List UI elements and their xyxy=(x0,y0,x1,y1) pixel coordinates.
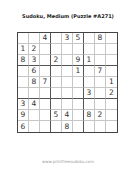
cell-r5c7-empty[interactable] xyxy=(84,77,95,88)
cell-r8c3-empty[interactable] xyxy=(40,110,51,121)
cell-r2c1-given-1: 1 xyxy=(18,44,29,55)
cell-r5c8-empty[interactable] xyxy=(95,77,106,88)
cell-r8c8-given-2: 2 xyxy=(95,110,106,121)
cell-r4c7-empty[interactable] xyxy=(84,66,95,77)
cell-r7c2-given-4: 4 xyxy=(29,99,40,110)
cell-r2c9-empty[interactable] xyxy=(106,44,117,55)
cell-r8c4-given-5: 5 xyxy=(51,110,62,121)
cell-r4c9-empty[interactable] xyxy=(106,66,117,77)
cell-r3c8-empty[interactable] xyxy=(95,55,106,66)
cell-r7c3-empty[interactable] xyxy=(40,99,51,110)
cell-r6c8-empty[interactable] xyxy=(95,88,106,99)
cell-r1c8-given-8: 8 xyxy=(95,33,106,44)
cell-r2c6-empty[interactable] xyxy=(73,44,84,55)
cell-r9c8-empty[interactable] xyxy=(95,121,106,132)
cell-r5c6-empty[interactable] xyxy=(73,77,84,88)
cell-r9c9-empty[interactable] xyxy=(106,121,117,132)
cell-r4c3-empty[interactable] xyxy=(40,66,51,77)
cell-r3c9-empty[interactable] xyxy=(106,55,117,66)
cell-r2c5-empty[interactable] xyxy=(62,44,73,55)
cell-r4c1-empty[interactable] xyxy=(18,66,29,77)
cell-r7c9-empty[interactable] xyxy=(106,99,117,110)
cell-r6c7-given-3: 3 xyxy=(84,88,95,99)
cell-r3c5-empty[interactable] xyxy=(62,55,73,66)
cell-r2c2-given-2: 2 xyxy=(29,44,40,55)
cell-r6c6-empty[interactable] xyxy=(73,88,84,99)
cell-r1c5-given-3: 3 xyxy=(62,33,73,44)
cell-r1c1-empty[interactable] xyxy=(18,33,29,44)
cell-r3c3-empty[interactable] xyxy=(40,55,51,66)
cell-r6c9-given-2: 2 xyxy=(106,88,117,99)
cell-r7c7-empty[interactable] xyxy=(84,99,95,110)
cell-r5c2-given-8: 8 xyxy=(29,77,40,88)
cell-r4c8-given-7: 7 xyxy=(95,66,106,77)
cell-r3c1-given-8: 8 xyxy=(18,55,29,66)
sudoku-board: 4358128329161787132349548268 xyxy=(17,32,118,133)
cell-r8c2-empty[interactable] xyxy=(29,110,40,121)
cell-r2c7-empty[interactable] xyxy=(84,44,95,55)
cell-r9c7-empty[interactable] xyxy=(84,121,95,132)
cell-r2c8-empty[interactable] xyxy=(95,44,106,55)
cell-r1c2-empty[interactable] xyxy=(29,33,40,44)
cell-r2c4-empty[interactable] xyxy=(51,44,62,55)
cell-r7c1-given-3: 3 xyxy=(18,99,29,110)
cell-r4c4-empty[interactable] xyxy=(51,66,62,77)
cell-r5c5-empty[interactable] xyxy=(62,77,73,88)
cell-r4c6-given-1: 1 xyxy=(73,66,84,77)
cell-r6c1-empty[interactable] xyxy=(18,88,29,99)
cell-r2c3-empty[interactable] xyxy=(40,44,51,55)
cell-r3c2-given-3: 3 xyxy=(29,55,40,66)
puzzle-title: Sudoku, Medium (Puzzle #A271) xyxy=(0,13,136,19)
cell-r7c6-empty[interactable] xyxy=(73,99,84,110)
cell-r8c9-empty[interactable] xyxy=(106,110,117,121)
cell-r6c2-empty[interactable] xyxy=(29,88,40,99)
cell-r8c6-empty[interactable] xyxy=(73,110,84,121)
cell-r1c9-empty[interactable] xyxy=(106,33,117,44)
cell-r7c5-empty[interactable] xyxy=(62,99,73,110)
cell-r4c2-given-6: 6 xyxy=(29,66,40,77)
cell-r9c4-empty[interactable] xyxy=(51,121,62,132)
cell-r9c5-given-8: 8 xyxy=(62,121,73,132)
cell-r5c3-given-7: 7 xyxy=(40,77,51,88)
cell-r3c4-given-2: 2 xyxy=(51,55,62,66)
cell-r5c1-empty[interactable] xyxy=(18,77,29,88)
cell-r5c4-empty[interactable] xyxy=(51,77,62,88)
cell-r8c5-given-4: 4 xyxy=(62,110,73,121)
cell-r7c4-empty[interactable] xyxy=(51,99,62,110)
cell-r1c3-given-4: 4 xyxy=(40,33,51,44)
cell-r4c5-empty[interactable] xyxy=(62,66,73,77)
cell-r9c2-empty[interactable] xyxy=(29,121,40,132)
cell-r1c6-given-5: 5 xyxy=(73,33,84,44)
cell-r8c7-given-8: 8 xyxy=(84,110,95,121)
cell-r6c4-empty[interactable] xyxy=(51,88,62,99)
cell-r3c6-given-9: 9 xyxy=(73,55,84,66)
cell-r8c1-given-9: 9 xyxy=(18,110,29,121)
cell-r1c4-empty[interactable] xyxy=(51,33,62,44)
cell-r9c6-empty[interactable] xyxy=(73,121,84,132)
cell-r1c7-empty[interactable] xyxy=(84,33,95,44)
cell-r6c5-empty[interactable] xyxy=(62,88,73,99)
cell-r6c3-empty[interactable] xyxy=(40,88,51,99)
sudoku-page: Sudoku, Medium (Puzzle #A271) 4358128329… xyxy=(0,0,136,176)
footer-url: www.printfreesudoku.com xyxy=(0,159,136,164)
cell-r3c7-given-1: 1 xyxy=(84,55,95,66)
cell-r5c9-given-1: 1 xyxy=(106,77,117,88)
cell-r9c3-empty[interactable] xyxy=(40,121,51,132)
cell-r9c1-given-6: 6 xyxy=(18,121,29,132)
cell-r7c8-empty[interactable] xyxy=(95,99,106,110)
